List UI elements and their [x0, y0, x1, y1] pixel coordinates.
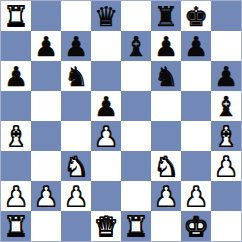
- piece-white-pawn[interactable]: ♟: [64, 183, 88, 210]
- chess-board: ♜♛♜♚♟♟♝♟♟♟♞♞♟♟♝♝♟♝♞♞♟♟♟♟♟♟♜♛♜♚: [1, 1, 241, 241]
- piece-white-pawn[interactable]: ♟: [94, 123, 118, 150]
- square-b2[interactable]: ♟: [31, 181, 61, 211]
- square-b8[interactable]: [31, 1, 61, 31]
- square-g4[interactable]: [181, 121, 211, 151]
- piece-black-pawn[interactable]: ♟: [214, 63, 238, 90]
- square-b7[interactable]: ♟: [31, 31, 61, 61]
- square-h8[interactable]: [211, 1, 241, 31]
- square-h4[interactable]: ♝: [211, 121, 241, 151]
- square-f5[interactable]: [151, 91, 181, 121]
- square-a5[interactable]: [1, 91, 31, 121]
- square-g5[interactable]: [181, 91, 211, 121]
- square-g6[interactable]: [181, 61, 211, 91]
- square-e3[interactable]: [121, 151, 151, 181]
- piece-white-pawn[interactable]: ♟: [34, 183, 58, 210]
- piece-white-pawn[interactable]: ♟: [184, 183, 208, 210]
- piece-black-bishop[interactable]: ♝: [214, 93, 238, 120]
- square-e5[interactable]: [121, 91, 151, 121]
- square-d8[interactable]: ♛: [91, 1, 121, 31]
- piece-black-pawn[interactable]: ♟: [64, 33, 88, 60]
- square-d3[interactable]: [91, 151, 121, 181]
- square-e7[interactable]: ♝: [121, 31, 151, 61]
- piece-white-bishop[interactable]: ♝: [4, 123, 28, 150]
- piece-black-pawn[interactable]: ♟: [94, 93, 118, 120]
- square-f7[interactable]: ♟: [151, 31, 181, 61]
- square-c7[interactable]: ♟: [61, 31, 91, 61]
- piece-white-rook[interactable]: ♜: [4, 3, 28, 30]
- square-g3[interactable]: [181, 151, 211, 181]
- piece-black-pawn[interactable]: ♟: [184, 33, 208, 60]
- square-b4[interactable]: [31, 121, 61, 151]
- square-d2[interactable]: [91, 181, 121, 211]
- piece-black-king[interactable]: ♚: [184, 3, 208, 30]
- square-b6[interactable]: [31, 61, 61, 91]
- square-h2[interactable]: [211, 181, 241, 211]
- square-e6[interactable]: [121, 61, 151, 91]
- square-b1[interactable]: [31, 211, 61, 241]
- square-a7[interactable]: [1, 31, 31, 61]
- piece-white-king[interactable]: ♚: [184, 213, 208, 240]
- square-h3[interactable]: ♟: [211, 151, 241, 181]
- square-d1[interactable]: ♛: [91, 211, 121, 241]
- square-c4[interactable]: [61, 121, 91, 151]
- square-h1[interactable]: [211, 211, 241, 241]
- piece-black-pawn[interactable]: ♟: [154, 33, 178, 60]
- piece-white-pawn[interactable]: ♟: [214, 153, 238, 180]
- piece-black-pawn[interactable]: ♟: [34, 33, 58, 60]
- piece-white-bishop[interactable]: ♝: [214, 123, 238, 150]
- square-c1[interactable]: [61, 211, 91, 241]
- square-e8[interactable]: [121, 1, 151, 31]
- piece-white-queen[interactable]: ♛: [94, 213, 118, 240]
- square-b3[interactable]: [31, 151, 61, 181]
- piece-black-knight[interactable]: ♞: [64, 63, 88, 90]
- square-d7[interactable]: [91, 31, 121, 61]
- square-h6[interactable]: ♟: [211, 61, 241, 91]
- square-f2[interactable]: ♟: [151, 181, 181, 211]
- square-a3[interactable]: [1, 151, 31, 181]
- square-a8[interactable]: ♜: [1, 1, 31, 31]
- piece-white-rook[interactable]: ♜: [124, 213, 148, 240]
- piece-white-pawn[interactable]: ♟: [154, 183, 178, 210]
- square-g7[interactable]: ♟: [181, 31, 211, 61]
- square-c3[interactable]: ♞: [61, 151, 91, 181]
- square-b5[interactable]: [31, 91, 61, 121]
- square-d6[interactable]: [91, 61, 121, 91]
- piece-black-bishop[interactable]: ♝: [124, 33, 148, 60]
- piece-white-knight[interactable]: ♞: [154, 153, 178, 180]
- square-f3[interactable]: ♞: [151, 151, 181, 181]
- square-a1[interactable]: ♜: [1, 211, 31, 241]
- piece-white-pawn[interactable]: ♟: [4, 183, 28, 210]
- square-f8[interactable]: ♜: [151, 1, 181, 31]
- square-e1[interactable]: ♜: [121, 211, 151, 241]
- square-h5[interactable]: ♝: [211, 91, 241, 121]
- square-h7[interactable]: [211, 31, 241, 61]
- piece-black-queen[interactable]: ♛: [94, 3, 118, 30]
- square-c6[interactable]: ♞: [61, 61, 91, 91]
- square-e2[interactable]: [121, 181, 151, 211]
- square-d4[interactable]: ♟: [91, 121, 121, 151]
- piece-white-rook[interactable]: ♜: [4, 213, 28, 240]
- square-a6[interactable]: ♟: [1, 61, 31, 91]
- square-f1[interactable]: [151, 211, 181, 241]
- piece-black-rook[interactable]: ♜: [154, 3, 178, 30]
- square-c2[interactable]: ♟: [61, 181, 91, 211]
- square-a4[interactable]: ♝: [1, 121, 31, 151]
- square-c8[interactable]: [61, 1, 91, 31]
- square-c5[interactable]: [61, 91, 91, 121]
- square-d5[interactable]: ♟: [91, 91, 121, 121]
- square-g8[interactable]: ♚: [181, 1, 211, 31]
- piece-black-knight[interactable]: ♞: [154, 63, 178, 90]
- square-g2[interactable]: ♟: [181, 181, 211, 211]
- square-f4[interactable]: [151, 121, 181, 151]
- square-a2[interactable]: ♟: [1, 181, 31, 211]
- chess-board-frame: ♜♛♜♚♟♟♝♟♟♟♞♞♟♟♝♝♟♝♞♞♟♟♟♟♟♟♜♛♜♚: [0, 0, 242, 242]
- square-f6[interactable]: ♞: [151, 61, 181, 91]
- piece-black-pawn[interactable]: ♟: [4, 63, 28, 90]
- square-g1[interactable]: ♚: [181, 211, 211, 241]
- square-e4[interactable]: [121, 121, 151, 151]
- piece-white-knight[interactable]: ♞: [64, 153, 88, 180]
